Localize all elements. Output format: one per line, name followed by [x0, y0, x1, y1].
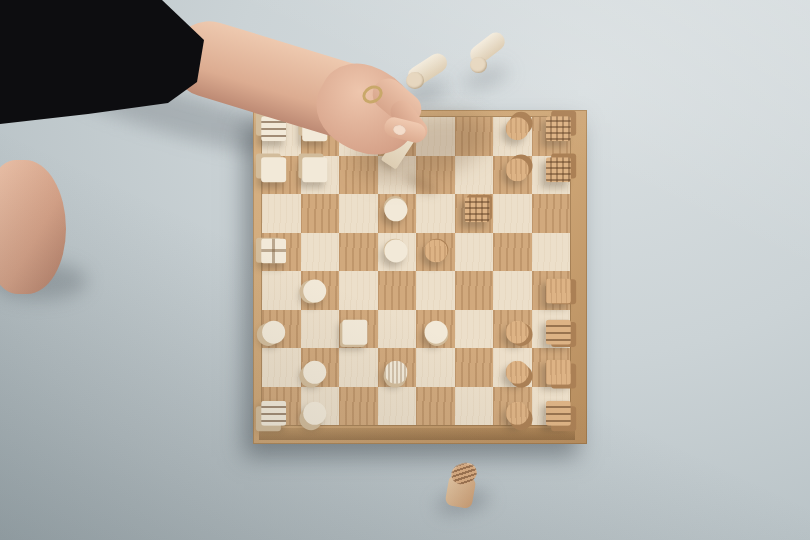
square-b2[interactable] [301, 348, 340, 387]
square-a5[interactable] [262, 233, 301, 272]
piece-b2-P[interactable] [303, 361, 326, 384]
square-a2[interactable] [262, 348, 301, 387]
square-f1[interactable] [455, 387, 494, 426]
square-c2[interactable] [339, 348, 378, 387]
piece-h4-n[interactable] [546, 279, 571, 304]
square-e3[interactable] [416, 310, 455, 349]
square-a3[interactable] [262, 310, 301, 349]
square-h8[interactable] [532, 117, 571, 156]
piece-b7-N[interactable] [302, 157, 327, 182]
piece-h7-q[interactable] [546, 157, 571, 182]
square-g5[interactable] [493, 233, 532, 272]
square-e2[interactable] [416, 348, 455, 387]
piece-a7-B[interactable] [261, 157, 286, 182]
square-h2[interactable] [532, 348, 571, 387]
square-f3[interactable] [455, 310, 494, 349]
square-f6[interactable] [455, 194, 494, 233]
captured-pawn-top-2-face [470, 57, 487, 73]
square-d6[interactable] [378, 194, 417, 233]
piece-a5-K[interactable] [261, 238, 286, 263]
square-f4[interactable] [455, 271, 494, 310]
square-b1[interactable] [301, 387, 340, 426]
square-h4[interactable] [532, 271, 571, 310]
piece-h2-n[interactable] [546, 360, 571, 385]
piece-g3-p[interactable] [506, 320, 529, 343]
square-h5[interactable] [532, 233, 571, 272]
square-b6[interactable] [301, 194, 340, 233]
piece-a1-R[interactable] [261, 401, 286, 426]
square-e1[interactable] [416, 387, 455, 426]
piece-d5-P[interactable] [384, 239, 407, 262]
square-b5[interactable] [301, 233, 340, 272]
piece-h8-k[interactable] [546, 116, 571, 141]
square-h6[interactable] [532, 194, 571, 233]
square-b3[interactable] [301, 310, 340, 349]
square-h7[interactable] [532, 156, 571, 195]
piece-e3-P[interactable] [425, 320, 448, 343]
piece-d2-Q[interactable] [384, 361, 407, 384]
square-d4[interactable] [378, 271, 417, 310]
piece-h3-r[interactable] [546, 319, 571, 344]
photo-scene [0, 0, 810, 540]
square-d5[interactable] [378, 233, 417, 272]
square-d2[interactable] [378, 348, 417, 387]
square-g1[interactable] [493, 387, 532, 426]
square-f2[interactable] [455, 348, 494, 387]
square-a4[interactable] [262, 271, 301, 310]
piece-g2-p[interactable] [506, 361, 529, 384]
piece-h1-r[interactable] [546, 401, 571, 426]
square-f5[interactable] [455, 233, 494, 272]
piece-f6-b[interactable] [464, 198, 489, 223]
square-a7[interactable] [262, 156, 301, 195]
square-d1[interactable] [378, 387, 417, 426]
captured-pawn-top-1-face [406, 72, 424, 89]
square-b4[interactable] [301, 271, 340, 310]
square-e4[interactable] [416, 271, 455, 310]
piece-g8-p[interactable] [506, 117, 529, 140]
square-h3[interactable] [532, 310, 571, 349]
square-h1[interactable] [532, 387, 571, 426]
piece-g1-p[interactable] [506, 402, 529, 425]
square-c1[interactable] [339, 387, 378, 426]
square-e6[interactable] [416, 194, 455, 233]
piece-b1-P[interactable] [303, 402, 326, 425]
square-c5[interactable] [339, 233, 378, 272]
square-g7[interactable] [493, 156, 532, 195]
square-b7[interactable] [301, 156, 340, 195]
piece-c3-B[interactable] [343, 319, 368, 344]
square-g6[interactable] [493, 194, 532, 233]
piece-b4-P[interactable] [303, 280, 326, 303]
piece-d6-P[interactable] [384, 199, 407, 222]
square-g2[interactable] [493, 348, 532, 387]
square-g8[interactable] [493, 117, 532, 156]
square-c6[interactable] [339, 194, 378, 233]
square-c4[interactable] [339, 271, 378, 310]
piece-e5-p[interactable] [425, 239, 448, 262]
square-e5[interactable] [416, 233, 455, 272]
square-a6[interactable] [262, 194, 301, 233]
square-a1[interactable] [262, 387, 301, 426]
square-g4[interactable] [493, 271, 532, 310]
piece-g7-p[interactable] [506, 158, 529, 181]
square-d3[interactable] [378, 310, 417, 349]
piece-a3-P[interactable] [262, 320, 285, 343]
square-g3[interactable] [493, 310, 532, 349]
square-c3[interactable] [339, 310, 378, 349]
